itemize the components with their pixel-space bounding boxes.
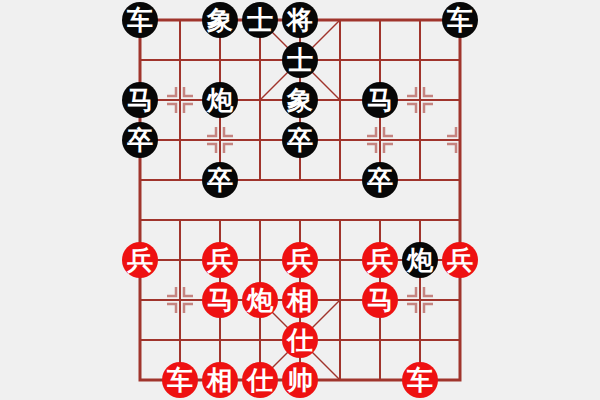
board-intersection[interactable]: 卒 bbox=[120, 120, 160, 160]
red-horse[interactable]: 马 bbox=[362, 282, 398, 318]
board-intersection[interactable] bbox=[160, 80, 200, 120]
board-intersection[interactable]: 相 bbox=[280, 280, 320, 320]
board-intersection[interactable]: 车 bbox=[400, 360, 440, 400]
board-intersection[interactable]: 士 bbox=[240, 0, 280, 40]
board-intersection[interactable] bbox=[160, 280, 200, 320]
black-soldier[interactable]: 卒 bbox=[122, 122, 158, 158]
xiangqi-board: 车象士将车士马炮象马卒卒卒卒兵兵兵兵炮兵马炮相马仕车相仕帅车 bbox=[120, 0, 480, 400]
board-intersection[interactable] bbox=[120, 280, 160, 320]
board-intersection[interactable] bbox=[440, 40, 480, 80]
red-soldier[interactable]: 兵 bbox=[442, 242, 478, 278]
board-intersection[interactable] bbox=[400, 120, 440, 160]
black-advisor[interactable]: 士 bbox=[242, 2, 278, 38]
board-intersection[interactable]: 兵 bbox=[360, 240, 400, 280]
board-intersection[interactable] bbox=[440, 280, 480, 320]
board-intersection[interactable] bbox=[400, 320, 440, 360]
board-intersection[interactable]: 仕 bbox=[280, 320, 320, 360]
red-cannon[interactable]: 炮 bbox=[242, 282, 278, 318]
board-intersection[interactable] bbox=[240, 320, 280, 360]
board-intersection[interactable]: 车 bbox=[160, 360, 200, 400]
black-chariot[interactable]: 车 bbox=[122, 2, 158, 38]
board-intersection[interactable] bbox=[320, 80, 360, 120]
board-intersection[interactable] bbox=[320, 240, 360, 280]
red-soldier[interactable]: 兵 bbox=[122, 242, 158, 278]
board-intersection[interactable]: 炮 bbox=[240, 280, 280, 320]
board-intersection[interactable] bbox=[160, 320, 200, 360]
board-intersection[interactable]: 士 bbox=[280, 40, 320, 80]
board-intersection[interactable]: 马 bbox=[120, 80, 160, 120]
board-intersection[interactable] bbox=[360, 120, 400, 160]
board-intersection[interactable] bbox=[320, 0, 360, 40]
board-intersection[interactable] bbox=[400, 160, 440, 200]
board-intersection[interactable] bbox=[440, 80, 480, 120]
board-intersection[interactable] bbox=[120, 360, 160, 400]
board-intersection[interactable] bbox=[160, 120, 200, 160]
board-intersection[interactable] bbox=[120, 160, 160, 200]
red-soldier[interactable]: 兵 bbox=[282, 242, 318, 278]
board-intersection[interactable] bbox=[200, 320, 240, 360]
red-elephant[interactable]: 相 bbox=[282, 282, 318, 318]
board-intersection[interactable]: 兵 bbox=[120, 240, 160, 280]
board-intersection[interactable] bbox=[280, 200, 320, 240]
board-intersection[interactable] bbox=[360, 40, 400, 80]
board-intersection[interactable] bbox=[360, 0, 400, 40]
black-general[interactable]: 将 bbox=[282, 2, 318, 38]
board-intersection[interactable] bbox=[440, 160, 480, 200]
red-soldier[interactable]: 兵 bbox=[202, 242, 238, 278]
red-advisor[interactable]: 仕 bbox=[242, 362, 278, 398]
board-intersection[interactable] bbox=[320, 280, 360, 320]
board-intersection[interactable] bbox=[320, 160, 360, 200]
black-soldier[interactable]: 卒 bbox=[362, 162, 398, 198]
board-intersection[interactable]: 卒 bbox=[200, 160, 240, 200]
board-intersection[interactable] bbox=[440, 360, 480, 400]
board-intersection[interactable]: 车 bbox=[440, 0, 480, 40]
board-intersection[interactable]: 兵 bbox=[280, 240, 320, 280]
board-intersection[interactable]: 车 bbox=[120, 0, 160, 40]
xiangqi-screenshot: 车象士将车士马炮象马卒卒卒卒兵兵兵兵炮兵马炮相马仕车相仕帅车 bbox=[0, 0, 600, 400]
board-intersection[interactable] bbox=[160, 0, 200, 40]
board-intersection[interactable] bbox=[240, 160, 280, 200]
board-intersection[interactable] bbox=[120, 200, 160, 240]
board-intersection[interactable]: 兵 bbox=[200, 240, 240, 280]
board-intersection[interactable] bbox=[120, 320, 160, 360]
red-soldier[interactable]: 兵 bbox=[362, 242, 398, 278]
board-intersection[interactable] bbox=[200, 200, 240, 240]
black-cannon[interactable]: 炮 bbox=[402, 242, 438, 278]
black-elephant[interactable]: 象 bbox=[202, 2, 238, 38]
board-intersection[interactable]: 马 bbox=[360, 80, 400, 120]
board-intersection[interactable] bbox=[320, 40, 360, 80]
red-chariot[interactable]: 车 bbox=[402, 362, 438, 398]
black-chariot[interactable]: 车 bbox=[442, 2, 478, 38]
board-intersection[interactable]: 相 bbox=[200, 360, 240, 400]
board-intersection[interactable]: 马 bbox=[360, 280, 400, 320]
board-intersection[interactable] bbox=[240, 80, 280, 120]
board-intersection[interactable] bbox=[400, 200, 440, 240]
board-intersection[interactable] bbox=[240, 240, 280, 280]
board-intersection[interactable] bbox=[360, 200, 400, 240]
black-horse[interactable]: 马 bbox=[362, 82, 398, 118]
board-intersection[interactable]: 卒 bbox=[280, 120, 320, 160]
board-intersection[interactable] bbox=[160, 200, 200, 240]
red-general[interactable]: 帅 bbox=[282, 362, 318, 398]
red-advisor[interactable]: 仕 bbox=[282, 322, 318, 358]
board-intersection[interactable] bbox=[440, 320, 480, 360]
black-soldier[interactable]: 卒 bbox=[282, 122, 318, 158]
red-elephant[interactable]: 相 bbox=[202, 362, 238, 398]
board-intersection[interactable]: 象 bbox=[280, 80, 320, 120]
black-elephant[interactable]: 象 bbox=[282, 82, 318, 118]
board-intersection[interactable]: 帅 bbox=[280, 360, 320, 400]
board-intersection[interactable] bbox=[320, 200, 360, 240]
board-intersection[interactable] bbox=[280, 160, 320, 200]
board-intersection[interactable]: 炮 bbox=[400, 240, 440, 280]
board-intersection[interactable]: 兵 bbox=[440, 240, 480, 280]
board-intersection[interactable] bbox=[320, 360, 360, 400]
board-intersection[interactable] bbox=[240, 200, 280, 240]
board-intersection[interactable] bbox=[320, 120, 360, 160]
board-intersection[interactable] bbox=[400, 40, 440, 80]
board-intersection[interactable] bbox=[200, 120, 240, 160]
black-horse[interactable]: 马 bbox=[122, 82, 158, 118]
board-intersection[interactable] bbox=[400, 280, 440, 320]
board-intersection[interactable] bbox=[240, 40, 280, 80]
board-intersection[interactable] bbox=[120, 40, 160, 80]
board-intersection[interactable] bbox=[400, 80, 440, 120]
black-soldier[interactable]: 卒 bbox=[202, 162, 238, 198]
board-intersection[interactable] bbox=[320, 320, 360, 360]
board-intersection[interactable] bbox=[440, 200, 480, 240]
black-cannon[interactable]: 炮 bbox=[202, 82, 238, 118]
board-intersection[interactable] bbox=[200, 40, 240, 80]
board-intersection[interactable]: 卒 bbox=[360, 160, 400, 200]
board-intersection[interactable] bbox=[440, 120, 480, 160]
board-intersection[interactable]: 炮 bbox=[200, 80, 240, 120]
board-intersection[interactable] bbox=[160, 240, 200, 280]
board-intersection[interactable] bbox=[160, 160, 200, 200]
red-chariot[interactable]: 车 bbox=[162, 362, 198, 398]
board-intersection[interactable]: 仕 bbox=[240, 360, 280, 400]
board-intersection[interactable]: 马 bbox=[200, 280, 240, 320]
board-intersection[interactable] bbox=[160, 40, 200, 80]
black-advisor[interactable]: 士 bbox=[282, 42, 318, 78]
board-intersection[interactable] bbox=[360, 320, 400, 360]
board-intersection[interactable] bbox=[400, 0, 440, 40]
board-intersection[interactable]: 将 bbox=[280, 0, 320, 40]
board-intersection[interactable] bbox=[240, 120, 280, 160]
red-horse[interactable]: 马 bbox=[202, 282, 238, 318]
board-intersection[interactable]: 象 bbox=[200, 0, 240, 40]
board-intersection[interactable] bbox=[360, 360, 400, 400]
